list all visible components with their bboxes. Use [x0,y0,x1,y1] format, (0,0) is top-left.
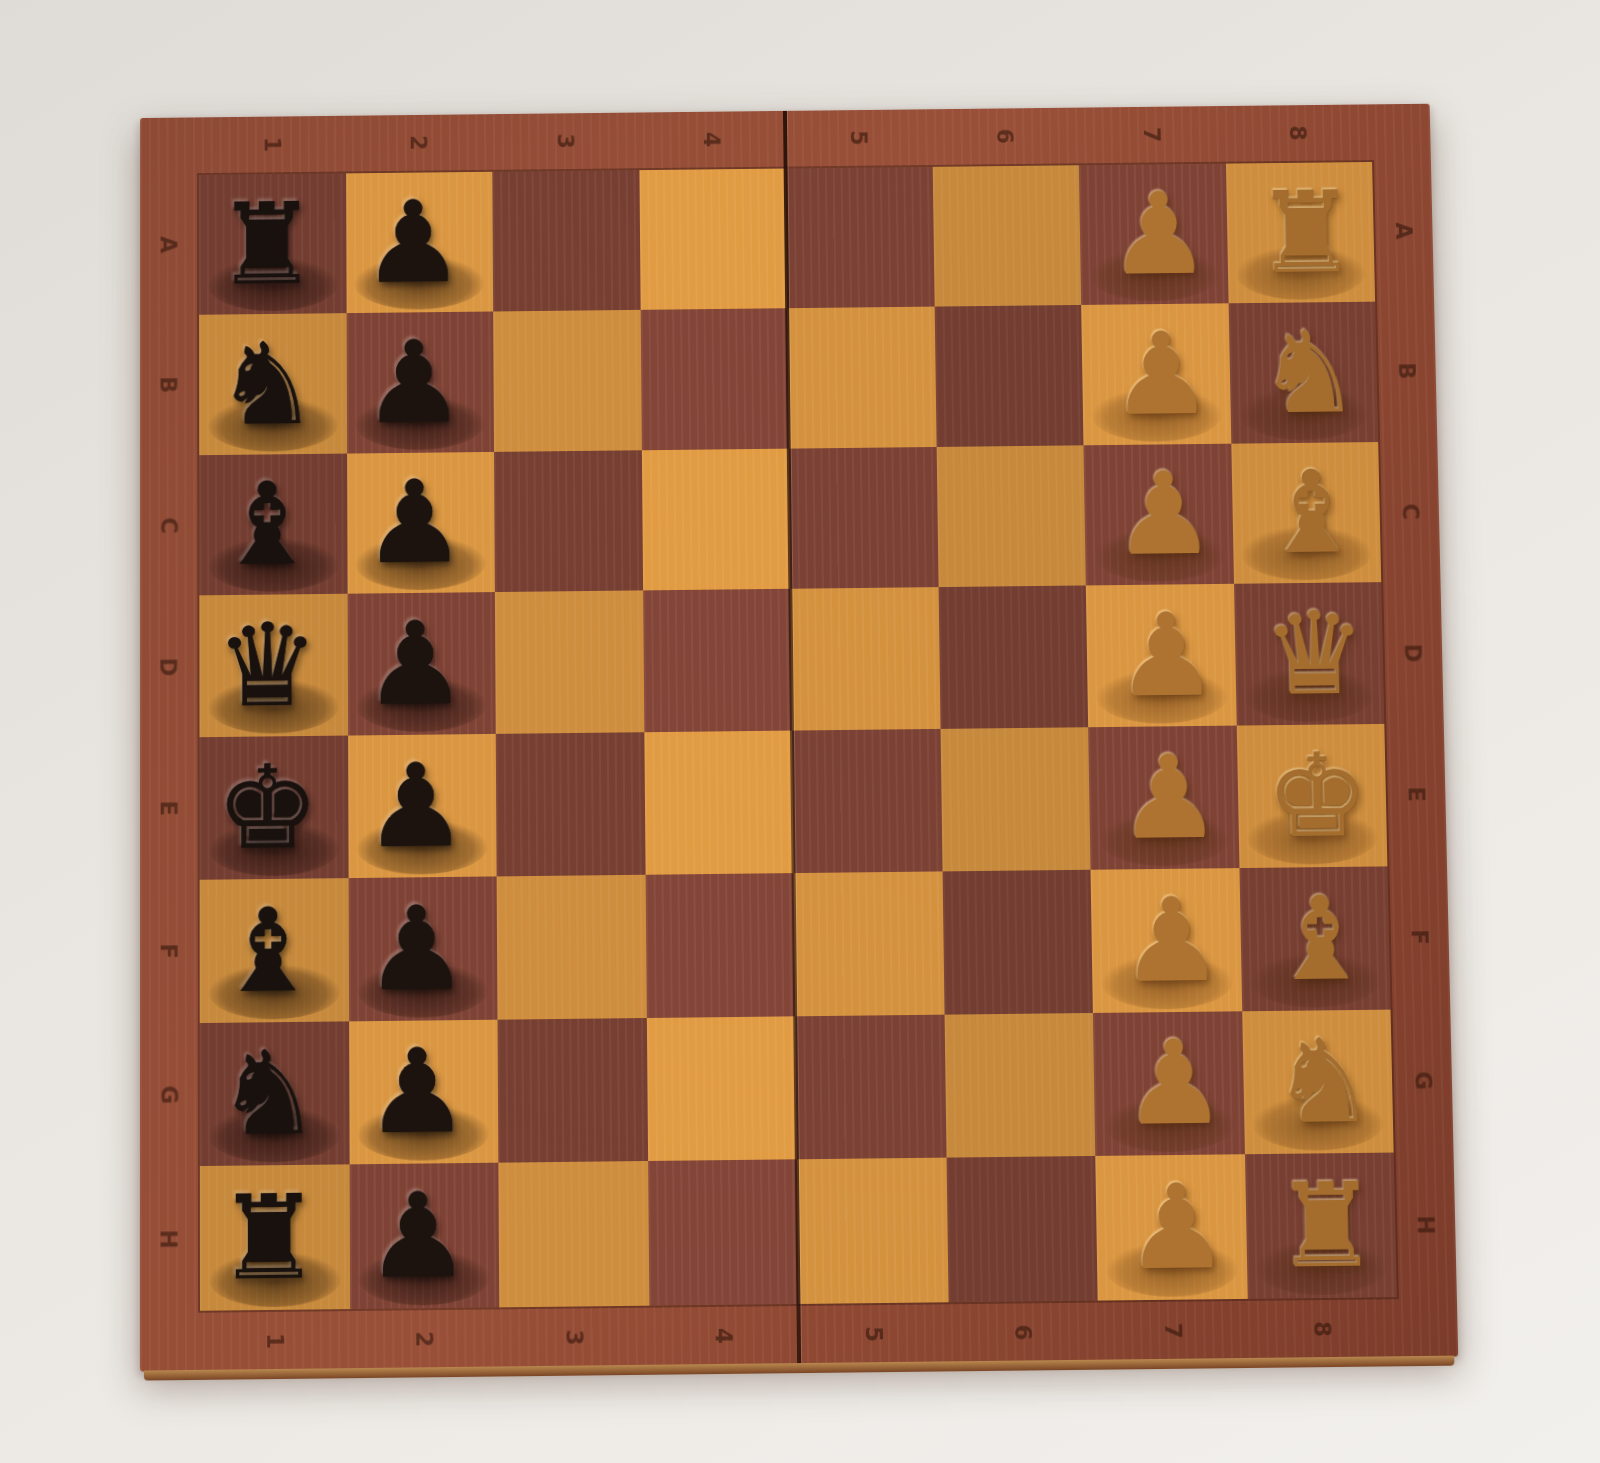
square-a2[interactable]: ♟ [346,172,494,313]
square-f4[interactable] [645,873,795,1018]
square-e7[interactable]: ♟ [1088,726,1239,870]
square-g1[interactable]: ♞ [200,1021,349,1166]
square-f6[interactable] [942,869,1093,1014]
square-e8[interactable]: ♚ [1236,724,1387,868]
coord-label-6: 6 [992,128,1018,144]
square-g3[interactable] [497,1018,647,1163]
square-a7[interactable]: ♟ [1079,164,1228,305]
coord-label-f: F [1407,929,1433,945]
piece-white-pawn[interactable]: ♟ [1099,1011,1251,1156]
coord-label-5: 5 [861,1326,887,1342]
coord-label-4: 4 [699,132,725,148]
square-f1[interactable]: ♝ [200,878,349,1023]
coord-label-3: 3 [561,1329,587,1345]
square-a1[interactable]: ♜ [199,173,346,314]
piece-white-bishop[interactable]: ♝ [1245,866,1397,1011]
square-h4[interactable] [648,1160,799,1306]
coord-label-8: 8 [1285,125,1311,141]
coord-label-8: 8 [1309,1321,1335,1337]
piece-white-pawn[interactable]: ♟ [1096,868,1247,1013]
square-a6[interactable] [932,165,1081,306]
coord-label-1: 1 [259,137,285,153]
coord-label-5: 5 [846,130,872,146]
coord-label-d: D [156,657,182,676]
square-b1[interactable]: ♞ [199,313,347,455]
coord-label-a: A [1391,223,1417,240]
square-h2[interactable]: ♟ [349,1163,499,1309]
square-g2[interactable]: ♟ [349,1019,499,1164]
file-labels-left: ABCDEFGH [145,175,193,1311]
square-a3[interactable] [492,170,640,311]
square-e2[interactable]: ♟ [348,734,497,878]
square-f3[interactable] [497,875,647,1020]
coord-label-2: 2 [412,1331,438,1347]
square-e5[interactable] [792,729,942,873]
square-b6[interactable] [934,305,1083,447]
photo-scene: 12345678 12345678 ABCDEFGH ABCDEFGH ♜♟♟♜… [0,0,1600,1463]
piece-white-queen[interactable]: ♛ [1239,582,1390,725]
square-c1[interactable]: ♝ [199,453,347,596]
coord-label-h: H [156,1229,182,1249]
square-d1[interactable]: ♛ [199,594,347,737]
piece-black-king[interactable]: ♚ [194,736,343,880]
square-f2[interactable]: ♟ [348,876,497,1021]
coord-label-c: C [1397,503,1423,520]
piece-white-pawn[interactable]: ♟ [1087,303,1237,445]
square-h7[interactable]: ♟ [1095,1154,1247,1300]
square-d7[interactable]: ♟ [1086,584,1236,727]
piece-black-pawn[interactable]: ♟ [342,876,491,1021]
piece-black-knight[interactable]: ♞ [193,313,341,455]
square-c2[interactable]: ♟ [347,451,495,594]
square-d5[interactable] [790,587,940,730]
square-b8[interactable]: ♞ [1228,301,1378,443]
coord-label-6: 6 [1010,1324,1036,1340]
piece-black-pawn[interactable]: ♟ [343,1163,493,1309]
piece-black-pawn[interactable]: ♟ [340,311,488,453]
coord-label-b: B [1394,362,1420,379]
square-f8[interactable]: ♝ [1239,866,1391,1011]
square-g4[interactable] [646,1016,796,1161]
square-c6[interactable] [936,445,1086,588]
square-g6[interactable] [944,1012,1095,1157]
piece-black-pawn[interactable]: ♟ [343,1019,493,1164]
coord-label-h: H [1413,1215,1439,1234]
coord-label-f: F [156,943,182,959]
piece-black-pawn[interactable]: ♟ [340,172,487,313]
square-b2[interactable]: ♟ [346,311,494,453]
piece-black-rook[interactable]: ♜ [193,173,340,314]
square-h8[interactable]: ♜ [1244,1153,1396,1299]
piece-white-rook[interactable]: ♜ [1231,162,1381,303]
piece-black-pawn[interactable]: ♟ [341,451,489,594]
square-e3[interactable] [496,732,645,876]
square-d8[interactable]: ♛ [1234,582,1385,725]
chess-board: 12345678 12345678 ABCDEFGH ABCDEFGH ♜♟♟♜… [140,104,1458,1372]
square-c4[interactable] [641,448,790,591]
square-g7[interactable]: ♟ [1093,1011,1245,1156]
coord-label-c: C [156,517,182,534]
square-f7[interactable]: ♟ [1091,868,1242,1013]
square-a5[interactable] [786,167,935,308]
coord-label-d: D [1400,643,1426,662]
square-e6[interactable] [940,727,1090,871]
piece-black-bishop[interactable]: ♝ [194,878,343,1023]
square-b4[interactable] [640,308,789,450]
piece-white-knight[interactable]: ♞ [1234,301,1384,443]
coord-label-a: A [156,236,182,253]
piece-white-pawn[interactable]: ♟ [1101,1154,1253,1300]
piece-black-bishop[interactable]: ♝ [193,453,341,596]
piece-white-pawn[interactable]: ♟ [1092,584,1242,727]
piece-white-pawn[interactable]: ♟ [1085,164,1234,305]
coord-label-3: 3 [553,133,579,149]
square-e1[interactable]: ♚ [199,736,348,880]
square-c5[interactable] [789,446,938,589]
piece-black-queen[interactable]: ♛ [193,594,341,737]
square-c7[interactable]: ♟ [1083,443,1233,585]
square-d6[interactable] [938,586,1088,729]
coord-label-7: 7 [1160,1323,1186,1339]
coord-label-g: G [156,1085,182,1104]
piece-black-pawn[interactable]: ♟ [341,592,490,735]
square-d2[interactable]: ♟ [347,592,496,735]
square-e4[interactable] [644,731,794,875]
square-a4[interactable] [639,169,787,310]
square-h3[interactable] [498,1161,649,1307]
piece-black-pawn[interactable]: ♟ [342,734,491,878]
coord-label-2: 2 [406,135,432,151]
coord-label-4: 4 [711,1328,737,1344]
square-f5[interactable] [794,871,944,1016]
square-g5[interactable] [795,1014,946,1159]
piece-white-pawn[interactable]: ♟ [1089,443,1239,585]
square-h6[interactable] [946,1156,1098,1302]
coord-label-b: B [156,376,182,393]
piece-white-king[interactable]: ♚ [1242,724,1393,868]
piece-white-rook[interactable]: ♜ [1250,1153,1402,1299]
piece-white-knight[interactable]: ♞ [1248,1009,1400,1154]
square-a8[interactable]: ♜ [1225,162,1375,303]
coord-label-g: G [1410,1071,1436,1090]
square-c8[interactable]: ♝ [1231,442,1381,584]
piece-white-bishop[interactable]: ♝ [1237,441,1387,583]
coord-label-1: 1 [262,1333,288,1349]
coord-label-e: E [1404,787,1430,803]
piece-white-pawn[interactable]: ♟ [1094,726,1245,870]
square-b7[interactable]: ♟ [1081,303,1231,445]
coord-label-e: E [156,801,182,817]
square-g8[interactable]: ♞ [1242,1009,1394,1154]
coord-label-7: 7 [1139,127,1165,143]
square-b5[interactable] [787,306,936,448]
square-h1[interactable]: ♜ [200,1165,350,1311]
piece-black-knight[interactable]: ♞ [194,1021,343,1166]
piece-black-rook[interactable]: ♜ [194,1165,344,1311]
square-c3[interactable] [494,450,643,593]
square-d4[interactable] [643,589,792,732]
square-b3[interactable] [493,310,641,452]
square-d3[interactable] [495,591,644,734]
square-h5[interactable] [797,1158,948,1304]
